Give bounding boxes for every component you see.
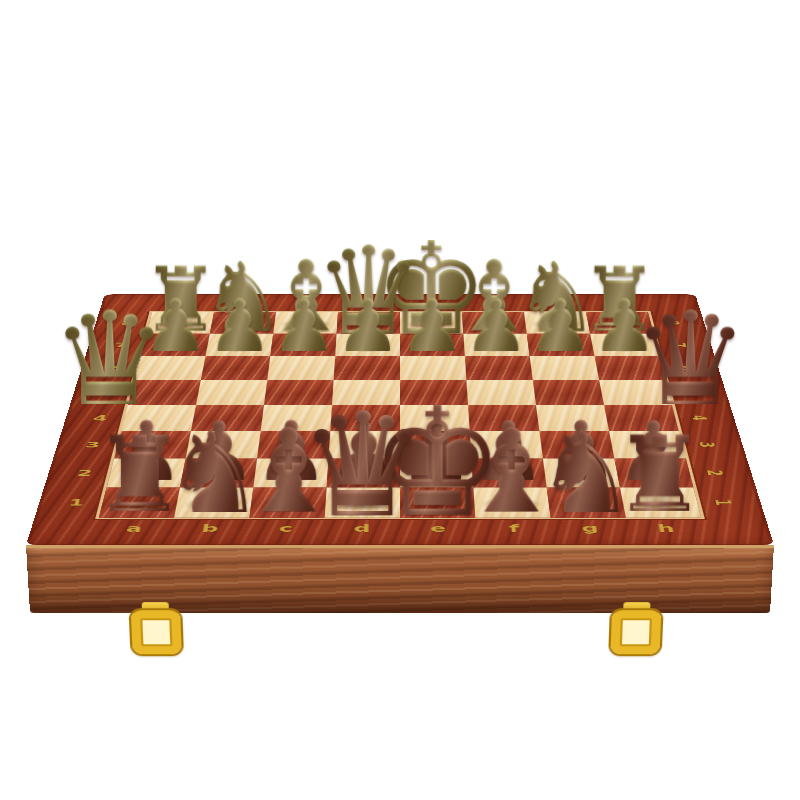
- square-g5: [533, 380, 604, 405]
- perspective-viewport: ♜♞♝♛♚♝♞♜♟♟♟♟♟♟♟♟♟♟♟♟♟♟♟♟♜♞♝♛♚♝♞♜ abcdefg…: [0, 0, 800, 800]
- rank-label-right-6: 6: [672, 361, 699, 375]
- rank-label-right-7: 7: [666, 338, 692, 351]
- square-c6: [267, 356, 335, 380]
- board-squares-grid: ♜♞♝♛♚♝♞♜♟♟♟♟♟♟♟♟♟♟♟♟♟♟♟♟♜♞♝♛♚♝♞♜: [99, 312, 701, 518]
- square-d1: ♛: [325, 487, 400, 517]
- square-g7: ♟: [527, 334, 595, 357]
- board-top-surface: ♜♞♝♛♚♝♞♜♟♟♟♟♟♟♟♟♟♟♟♟♟♟♟♟♜♞♝♛♚♝♞♜ abcdefg…: [26, 294, 774, 545]
- spare-black-queen-spot: ♛: [72, 380, 146, 405]
- file-label-b: b: [171, 523, 249, 534]
- latch-left: [130, 606, 183, 656]
- white-copper-queen-d1: ♛: [298, 393, 427, 537]
- square-g6: [530, 356, 599, 380]
- square-b5: [196, 380, 267, 405]
- latch-loop-icon: [611, 610, 662, 654]
- file-label-e: e: [400, 523, 476, 534]
- file-label-d: d: [324, 523, 400, 534]
- square-e7: ♟: [400, 334, 465, 357]
- rank-label-right-5: 5: [679, 385, 707, 400]
- board-front-edge: [26, 545, 774, 613]
- latch-hinge-icon: [623, 602, 650, 614]
- rank-label-right-1: 1: [708, 494, 739, 512]
- square-d7: ♟: [335, 334, 400, 357]
- file-label-h: h: [627, 523, 706, 534]
- square-b6: [201, 356, 270, 380]
- file-label-c: c: [247, 523, 324, 534]
- square-b1: ♞: [174, 487, 253, 517]
- square-g1: ♞: [547, 487, 626, 517]
- square-f7: ♟: [463, 334, 529, 357]
- square-b7: ♟: [205, 334, 273, 357]
- file-label-f: f: [476, 523, 553, 534]
- folding-chess-board: ♜♞♝♛♚♝♞♜♟♟♟♟♟♟♟♟♟♟♟♟♟♟♟♟♜♞♝♛♚♝♞♜ abcdefg…: [26, 294, 774, 545]
- file-labels: abcdefgh: [94, 519, 707, 538]
- latch-hinge-icon: [142, 602, 169, 614]
- latch-right: [610, 606, 663, 656]
- file-label-a: a: [95, 523, 174, 534]
- file-label-g: g: [551, 523, 629, 534]
- rank-label-right-8: 8: [660, 316, 686, 329]
- product-photo: ♜♞♝♛♚♝♞♜♟♟♟♟♟♟♟♟♟♟♟♟♟♟♟♟♜♞♝♛♚♝♞♜ abcdefg…: [0, 0, 800, 800]
- square-c7: ♟: [270, 334, 336, 357]
- latch-loop-icon: [131, 610, 182, 654]
